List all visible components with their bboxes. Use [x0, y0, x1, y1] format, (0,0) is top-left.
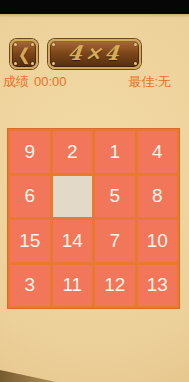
score-label: 成绩	[3, 74, 29, 90]
tile-13[interactable]: 13	[138, 265, 178, 307]
back-button[interactable]: ❮	[10, 39, 38, 69]
time-value: 00:00	[34, 74, 67, 90]
tile-2[interactable]: 2	[53, 131, 93, 173]
tile-6[interactable]: 6	[10, 176, 50, 218]
tile-9[interactable]: 9	[10, 131, 50, 173]
rivet-icon	[134, 43, 137, 46]
status-bar	[0, 0, 189, 14]
rivet-icon	[52, 62, 55, 65]
rivet-icon	[134, 62, 137, 65]
tile-10[interactable]: 10	[138, 220, 178, 262]
tile-1[interactable]: 1	[95, 131, 135, 173]
rivet-icon	[14, 62, 17, 65]
best-score: 最佳:无	[128, 74, 171, 90]
rivet-icon	[14, 43, 17, 46]
page-title: 4×4	[67, 43, 123, 65]
tile-3[interactable]: 3	[10, 265, 50, 307]
rivet-icon	[52, 43, 55, 46]
game-screen: ❮ 4×4 成绩 00:00 最佳:无 92146581514710311121…	[0, 0, 189, 382]
back-chevron-icon: ❮	[18, 46, 30, 62]
tile-15[interactable]: 15	[10, 220, 50, 262]
statusbar-shadow	[0, 14, 189, 18]
board: 921465815147103111213	[7, 128, 180, 309]
score-time: 成绩 00:00	[3, 74, 67, 90]
tile-14[interactable]: 14	[53, 220, 93, 262]
tile-11[interactable]: 11	[53, 265, 93, 307]
tile-8[interactable]: 8	[138, 176, 178, 218]
corner-shadow	[0, 370, 56, 382]
rivet-icon	[31, 43, 34, 46]
empty-cell	[53, 176, 93, 218]
stats-row: 成绩 00:00 最佳:无	[3, 74, 171, 90]
title-plaque: 4×4	[48, 39, 141, 69]
tile-4[interactable]: 4	[138, 131, 178, 173]
tile-12[interactable]: 12	[95, 265, 135, 307]
tile-5[interactable]: 5	[95, 176, 135, 218]
tile-7[interactable]: 7	[95, 220, 135, 262]
rivet-icon	[31, 62, 34, 65]
